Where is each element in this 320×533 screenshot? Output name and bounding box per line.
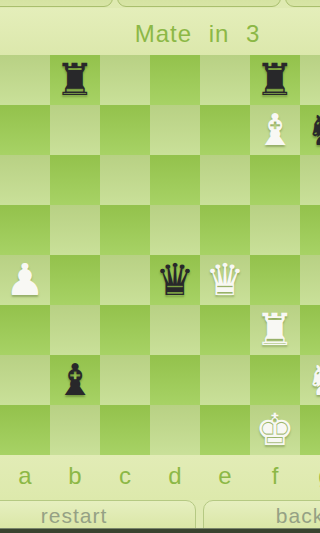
top-button-strip [0, 0, 320, 8]
square-e7[interactable] [200, 105, 250, 155]
top-button-center[interactable] [117, 0, 281, 7]
piece-white-king[interactable]: ♚ [250, 405, 300, 455]
square-b8[interactable]: ♜ [50, 55, 100, 105]
square-c5[interactable] [100, 205, 150, 255]
square-e1[interactable] [200, 405, 250, 455]
square-b3[interactable] [50, 305, 100, 355]
square-g1[interactable] [300, 405, 320, 455]
square-f3[interactable]: ♜ [250, 305, 300, 355]
square-b4[interactable] [50, 255, 100, 305]
square-e2[interactable] [200, 355, 250, 405]
square-e8[interactable] [200, 55, 250, 105]
square-g6[interactable] [300, 155, 320, 205]
square-c3[interactable] [100, 305, 150, 355]
top-button-left[interactable] [0, 0, 113, 7]
square-d3[interactable] [150, 305, 200, 355]
square-a2[interactable] [0, 355, 50, 405]
square-c6[interactable] [100, 155, 150, 205]
square-c7[interactable] [100, 105, 150, 155]
square-f7[interactable]: ♝ [250, 105, 300, 155]
square-c8[interactable] [100, 55, 150, 105]
square-d6[interactable] [150, 155, 200, 205]
chess-board: ♜♜♝♞♟♛♛♜♝♞♚ [0, 55, 320, 455]
page-title: Mate in 3 [0, 8, 320, 48]
file-label-d: d [150, 455, 200, 500]
piece-black-rook[interactable]: ♜ [50, 55, 100, 105]
square-d4[interactable]: ♛ [150, 255, 200, 305]
square-a5[interactable] [0, 205, 50, 255]
square-a4[interactable]: ♟ [0, 255, 50, 305]
square-f8[interactable]: ♜ [250, 55, 300, 105]
piece-black-rook[interactable]: ♜ [250, 55, 300, 105]
square-d2[interactable] [150, 355, 200, 405]
square-a3[interactable] [0, 305, 50, 355]
square-g7[interactable]: ♞ [300, 105, 320, 155]
piece-white-pawn[interactable]: ♟ [0, 255, 50, 305]
square-f6[interactable] [250, 155, 300, 205]
square-a6[interactable] [0, 155, 50, 205]
piece-black-queen[interactable]: ♛ [150, 255, 200, 305]
square-f5[interactable] [250, 205, 300, 255]
square-a8[interactable] [0, 55, 50, 105]
square-g8[interactable] [300, 55, 320, 105]
piece-black-knight[interactable]: ♞ [300, 105, 320, 155]
file-labels: abcdefgh [0, 455, 320, 500]
square-d8[interactable] [150, 55, 200, 105]
square-e4[interactable]: ♛ [200, 255, 250, 305]
square-g2[interactable]: ♞ [300, 355, 320, 405]
square-f2[interactable] [250, 355, 300, 405]
board-viewport: ♜♜♝♞♟♛♛♜♝♞♚ [0, 55, 320, 455]
square-e5[interactable] [200, 205, 250, 255]
square-c1[interactable] [100, 405, 150, 455]
top-button-right[interactable] [285, 0, 320, 7]
piece-white-rook[interactable]: ♜ [250, 305, 300, 355]
file-label-e: e [200, 455, 250, 500]
title-bar: Mate in 3 [0, 8, 320, 55]
file-label-f: f [250, 455, 300, 500]
app-screen: Mate in 3 ♜♜♝♞♟♛♛♜♝♞♚ abcdefgh restart b… [0, 0, 320, 533]
file-labels-strip: abcdefgh [0, 455, 320, 500]
piece-white-knight[interactable]: ♞ [300, 355, 320, 405]
square-g4[interactable] [300, 255, 320, 305]
square-d7[interactable] [150, 105, 200, 155]
square-b7[interactable] [50, 105, 100, 155]
square-b1[interactable] [50, 405, 100, 455]
file-label-c: c [100, 455, 150, 500]
square-g5[interactable] [300, 205, 320, 255]
square-e6[interactable] [200, 155, 250, 205]
square-b6[interactable] [50, 155, 100, 205]
square-e3[interactable] [200, 305, 250, 355]
square-g3[interactable] [300, 305, 320, 355]
piece-white-bishop[interactable]: ♝ [250, 105, 300, 155]
bottom-bar [0, 528, 320, 533]
footer-buttons: restart back [0, 500, 320, 528]
piece-black-bishop[interactable]: ♝ [50, 355, 100, 405]
square-d5[interactable] [150, 205, 200, 255]
square-c2[interactable] [100, 355, 150, 405]
square-b5[interactable] [50, 205, 100, 255]
square-a7[interactable] [0, 105, 50, 155]
square-f1[interactable]: ♚ [250, 405, 300, 455]
file-label-g: g [300, 455, 320, 500]
square-c4[interactable] [100, 255, 150, 305]
file-label-a: a [0, 455, 50, 500]
square-a1[interactable] [0, 405, 50, 455]
file-label-b: b [50, 455, 100, 500]
square-d1[interactable] [150, 405, 200, 455]
piece-white-queen[interactable]: ♛ [200, 255, 250, 305]
square-b2[interactable]: ♝ [50, 355, 100, 405]
square-f4[interactable] [250, 255, 300, 305]
